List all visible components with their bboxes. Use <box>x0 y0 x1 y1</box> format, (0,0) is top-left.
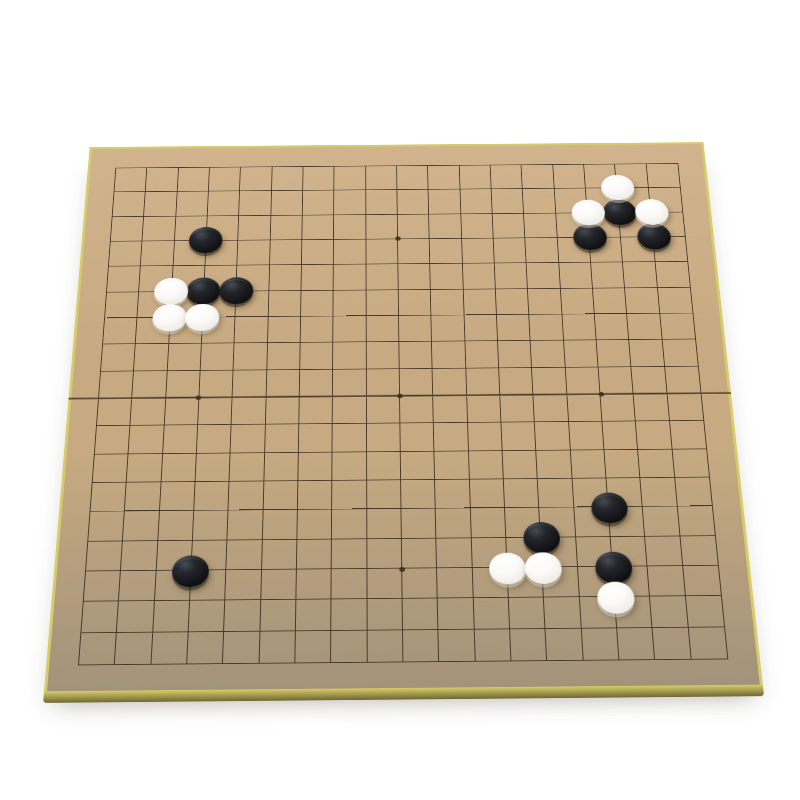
board-playing-area: ●●●●●●●●●●●●●●●●●●● <box>78 163 728 665</box>
white-stone[interactable]: ● <box>524 552 562 584</box>
grid-cell <box>299 424 333 452</box>
grid-cell <box>591 262 625 288</box>
grid-cell <box>600 394 636 422</box>
star-point <box>399 567 405 572</box>
grid-cell <box>95 426 131 454</box>
grid-cell <box>667 393 703 421</box>
grid-cell <box>367 424 401 452</box>
grid-cell <box>86 541 123 571</box>
grid-cell <box>234 343 268 370</box>
grid-cell <box>632 367 668 394</box>
grid-cell <box>569 422 605 450</box>
grid-cell <box>123 511 159 541</box>
grid-cell <box>399 315 432 342</box>
grid-cell <box>680 536 718 566</box>
grid-cell <box>176 192 209 217</box>
grid-cell <box>271 191 303 216</box>
grid-cell <box>400 369 434 396</box>
grid-cell <box>629 340 664 367</box>
grid-cell <box>468 423 503 451</box>
grid-cell <box>143 216 176 241</box>
grid-cell <box>265 424 299 452</box>
grid-cell <box>366 214 398 239</box>
grid-cell <box>198 397 233 425</box>
grid-cell <box>459 165 491 189</box>
grid-cell <box>189 601 226 632</box>
grid-cell <box>272 167 304 191</box>
grid-cell <box>524 213 557 238</box>
black-stone[interactable]: ● <box>172 555 210 587</box>
grid-cell <box>366 316 399 343</box>
grid-cell <box>223 631 260 663</box>
grid-cell <box>101 344 136 371</box>
grid-cell <box>144 192 177 217</box>
grid-cell <box>158 511 194 541</box>
grid-cell <box>401 451 436 480</box>
grid-cell <box>675 477 712 506</box>
grid-cell <box>266 370 300 397</box>
grid-cell <box>238 240 271 265</box>
grid-cell <box>367 509 402 539</box>
grid-cell <box>88 512 125 542</box>
grid-cell <box>302 215 334 240</box>
grid-cell <box>527 263 561 289</box>
grid-cell <box>650 596 688 627</box>
grid-cell <box>296 569 332 600</box>
grid-cell <box>397 166 429 190</box>
grid-cell <box>332 599 368 630</box>
grid-cell <box>463 289 496 315</box>
grid-cell <box>529 314 563 341</box>
grid-cell <box>129 426 165 454</box>
grid-cell <box>535 422 570 450</box>
grid-cell <box>462 238 495 263</box>
grid-cell <box>105 292 139 318</box>
grid-cell <box>333 316 366 343</box>
grid-cell <box>194 482 230 511</box>
grid-cell <box>531 341 566 368</box>
grid-cell <box>333 424 367 452</box>
grid-cell <box>163 425 198 453</box>
grid-cell <box>367 396 401 424</box>
grid-cell <box>498 341 532 368</box>
grid-cell <box>103 318 138 345</box>
grid-cell <box>99 371 134 398</box>
grid-cell <box>553 165 586 189</box>
grid-cell <box>195 453 230 482</box>
grid-cell <box>399 290 432 316</box>
grid-cell <box>436 509 471 539</box>
grid-cell <box>161 453 197 482</box>
grid-cell <box>335 166 366 190</box>
grid-cell <box>439 629 476 661</box>
grid-cell <box>297 510 332 540</box>
grid-cell <box>434 423 469 451</box>
grid-cell <box>259 631 296 663</box>
grid-cell <box>366 239 398 264</box>
grid-cell <box>81 602 119 633</box>
grid-cell <box>500 395 535 423</box>
grid-cell <box>510 629 547 661</box>
grid-cell <box>115 632 153 664</box>
black-stone[interactable]: ● <box>590 492 628 523</box>
grid-cell <box>295 631 331 663</box>
grid-cell <box>625 288 660 314</box>
grid-cell <box>655 262 690 288</box>
grid-cell <box>232 397 266 425</box>
grid-cell <box>638 449 675 478</box>
grid-cell <box>465 341 499 368</box>
grid-cell <box>430 264 463 290</box>
grid-cell <box>109 241 143 266</box>
grid-cell <box>570 450 606 479</box>
grid-cell <box>117 601 154 632</box>
grid-cell <box>561 288 595 314</box>
grid-cell <box>399 342 433 369</box>
grid-cell <box>366 290 399 316</box>
grid-cell <box>461 214 494 239</box>
grid-cell <box>636 421 672 449</box>
grid-cell <box>114 168 147 192</box>
grid-cell <box>297 539 332 569</box>
grid-cell <box>334 190 366 215</box>
grid-cell <box>334 239 366 264</box>
grid-cell <box>303 167 335 191</box>
grid-cell <box>301 290 334 316</box>
grid-cell <box>113 192 146 217</box>
photo-background: ●●●●●●●●●●●●●●●●●●● <box>0 0 800 800</box>
grid-cell <box>623 262 657 288</box>
grid-cell <box>496 289 530 315</box>
grid-cell <box>300 369 334 396</box>
grid-cell <box>79 633 117 665</box>
grid-cell <box>367 539 402 569</box>
grid-cell <box>93 454 129 483</box>
grid-cell <box>499 368 534 395</box>
grid-cell <box>367 630 403 662</box>
grid-cell <box>332 569 367 600</box>
grid-cell <box>597 340 632 367</box>
grid-cell <box>197 425 232 453</box>
grid-cell <box>298 481 333 510</box>
grid-cell <box>296 600 332 631</box>
grid-cell <box>303 191 335 216</box>
grid-cell <box>438 598 474 629</box>
white-stone[interactable]: ● <box>634 199 669 225</box>
grid-cell <box>402 538 437 568</box>
grid-cell <box>119 571 156 602</box>
grid-cell <box>199 370 233 397</box>
grid-cell <box>132 371 167 398</box>
grid-cell <box>366 190 398 215</box>
star-point <box>598 392 604 397</box>
grid-cell <box>167 344 201 371</box>
star-point <box>395 237 400 241</box>
grid-cell <box>567 394 602 422</box>
black-stone[interactable]: ● <box>189 227 224 253</box>
grid-cell <box>546 628 584 660</box>
grid-cell <box>268 291 301 317</box>
grid-cell <box>398 214 430 239</box>
grid-cell <box>334 215 366 240</box>
grid-cell <box>497 315 531 342</box>
grid-cell <box>268 317 301 344</box>
grid-cell <box>398 264 431 290</box>
grid-cell <box>466 368 500 395</box>
grid-cell <box>269 265 302 291</box>
grid-cell <box>263 510 298 540</box>
grid-cell <box>235 317 269 344</box>
grid-cell <box>366 264 398 290</box>
grid-cell <box>581 628 619 660</box>
grid-cell <box>90 483 126 512</box>
grid-cell <box>230 453 265 482</box>
grid-cell <box>367 599 403 630</box>
grid-cell <box>187 632 224 664</box>
grid-cell <box>677 506 714 536</box>
white-stone[interactable]: ● <box>571 200 606 226</box>
grid-cell <box>127 454 163 483</box>
grid-cell <box>298 452 332 481</box>
grid-cell <box>166 371 201 398</box>
grid-cell <box>473 598 510 629</box>
grid-cell <box>504 479 540 508</box>
grid-cell <box>228 510 264 540</box>
grid-cell <box>670 421 706 449</box>
grid-cell <box>437 568 473 599</box>
grid-cell <box>238 216 271 241</box>
grid-cell <box>429 214 461 239</box>
grid-cell <box>332 539 367 569</box>
grid-cell <box>240 167 272 191</box>
grid-cell <box>645 536 682 566</box>
grid-cell <box>503 450 538 479</box>
grid-cell <box>400 423 434 451</box>
grid-cell <box>430 239 463 264</box>
grid-cell <box>263 481 298 510</box>
grid-cell <box>233 370 267 397</box>
grid-cell <box>403 599 439 630</box>
grid-cell <box>334 265 366 291</box>
grid-cell <box>665 366 701 393</box>
grid-cell <box>403 630 439 662</box>
grid-cell <box>537 450 573 479</box>
grid-cell <box>201 343 235 370</box>
grid-cell <box>595 314 630 341</box>
grid-cell <box>662 340 698 367</box>
grid-cell <box>151 632 188 664</box>
grid-cell <box>526 238 559 263</box>
grid-cell <box>333 369 366 396</box>
grid-cell <box>491 165 523 189</box>
grid-cell <box>672 449 709 478</box>
grid-cell <box>532 367 567 394</box>
go-board[interactable]: ●●●●●●●●●●●●●●●●●●● <box>44 142 763 694</box>
grid-cell <box>366 369 400 396</box>
grid-cell <box>334 290 367 316</box>
grid-cell <box>559 263 593 289</box>
grid-cell <box>231 425 266 453</box>
grid-cell <box>432 342 466 369</box>
grid-cell <box>193 511 229 541</box>
grid-cell <box>164 398 199 426</box>
board-perspective-wrapper: ●●●●●●●●●●●●●●●●●●● <box>40 36 760 756</box>
grid-cell <box>428 166 460 190</box>
grid-cell <box>299 397 333 425</box>
grid-cell <box>301 265 334 291</box>
grid-cell <box>495 263 528 289</box>
grid-cell <box>467 395 502 423</box>
grid-cell <box>160 482 196 511</box>
grid-cell <box>493 213 526 238</box>
grid-cell <box>367 452 401 481</box>
grid-cell <box>333 342 366 369</box>
grid-cell <box>658 287 693 313</box>
grid-cell <box>474 629 511 661</box>
grid-cell <box>688 627 727 659</box>
grid-cell <box>528 289 562 315</box>
grid-cell <box>267 343 301 370</box>
grid-cell <box>333 396 367 424</box>
grid-cell <box>564 340 599 367</box>
grid-cell <box>522 165 555 189</box>
grid-cell <box>646 164 680 188</box>
grid-cell <box>366 166 397 190</box>
grid-cell <box>648 566 686 597</box>
grid-cell <box>604 450 640 479</box>
grid-cell <box>227 540 263 570</box>
grid-cell <box>224 600 261 631</box>
grid-cell <box>209 167 241 191</box>
black-stone[interactable]: ● <box>219 277 254 304</box>
grid-cell <box>177 168 210 192</box>
grid-cell <box>433 395 467 423</box>
grid-cell <box>331 630 367 662</box>
grid-cell <box>494 238 527 263</box>
grid-cell <box>683 566 721 597</box>
grid-cell <box>153 601 190 632</box>
grid-cell <box>366 342 399 369</box>
grid-cell <box>332 509 367 539</box>
star-point <box>397 394 403 399</box>
grid-cell <box>367 480 402 509</box>
grid-cell <box>367 569 402 600</box>
white-stone[interactable]: ● <box>596 582 635 614</box>
grid-cell <box>538 479 574 508</box>
grid-cell <box>239 191 271 216</box>
grid-cell <box>208 191 241 216</box>
grid-cell <box>562 314 596 341</box>
grid-cell <box>598 367 633 394</box>
grid-cell <box>464 315 498 342</box>
grid-cell <box>270 240 303 265</box>
grid-cell <box>593 288 627 314</box>
grid-cell <box>300 343 333 370</box>
grid-cell <box>121 541 158 571</box>
grid-cell <box>402 568 438 599</box>
grid-cell <box>565 367 600 394</box>
grid-cell <box>134 344 169 371</box>
grid-cell <box>435 480 470 509</box>
grid-cell <box>470 508 506 538</box>
grid-cell <box>460 189 492 214</box>
grid-cell <box>641 478 678 507</box>
grid-cell <box>333 452 367 481</box>
grid-cell <box>686 596 724 627</box>
grid-cell <box>397 190 429 215</box>
grid-cell <box>653 627 692 659</box>
grid-cell <box>509 598 546 629</box>
grid-cell <box>332 480 367 509</box>
grid-cell <box>544 597 581 628</box>
grid-cell <box>107 266 141 292</box>
grid-cell <box>660 313 695 340</box>
grid-cell <box>141 241 175 266</box>
grid-cell <box>97 398 133 426</box>
grid-cell <box>470 479 505 508</box>
grid-cell <box>261 569 297 600</box>
grid-cell <box>401 509 436 539</box>
grid-cell <box>229 481 264 510</box>
grid-cell <box>463 264 496 290</box>
grid-cell <box>534 395 569 423</box>
grid-cell <box>617 628 655 660</box>
grid-cell <box>262 540 298 570</box>
grid-cell <box>260 600 296 631</box>
grid-cell <box>398 239 430 264</box>
grid-cell <box>431 289 464 315</box>
grid-cell <box>501 422 536 450</box>
grid-cell <box>469 451 504 480</box>
grid-cell <box>492 189 525 214</box>
grid-cell <box>131 398 166 426</box>
grid-cell <box>627 314 662 341</box>
grid-cell <box>125 482 161 511</box>
grid-cell <box>433 368 467 395</box>
grid-cell <box>643 507 680 537</box>
grid-cell <box>523 189 556 214</box>
grid-cell <box>146 168 179 192</box>
grid-cell <box>302 240 334 265</box>
grid-cell <box>602 422 638 450</box>
grid-cell <box>435 451 470 480</box>
grid-cell <box>437 538 473 568</box>
white-stone[interactable]: ● <box>185 303 220 331</box>
grid-cell <box>401 480 436 509</box>
grid-cell <box>400 396 434 424</box>
grid-cell <box>432 315 465 342</box>
grid-cell <box>225 570 261 601</box>
grid-cell <box>270 215 302 240</box>
grid-cell <box>429 190 461 215</box>
grid-cell <box>264 453 299 482</box>
grid-cell <box>266 397 300 425</box>
grid-cell <box>84 571 121 602</box>
grid-cell <box>301 316 334 343</box>
grid-cell <box>111 217 145 242</box>
grid-cell <box>634 394 670 422</box>
